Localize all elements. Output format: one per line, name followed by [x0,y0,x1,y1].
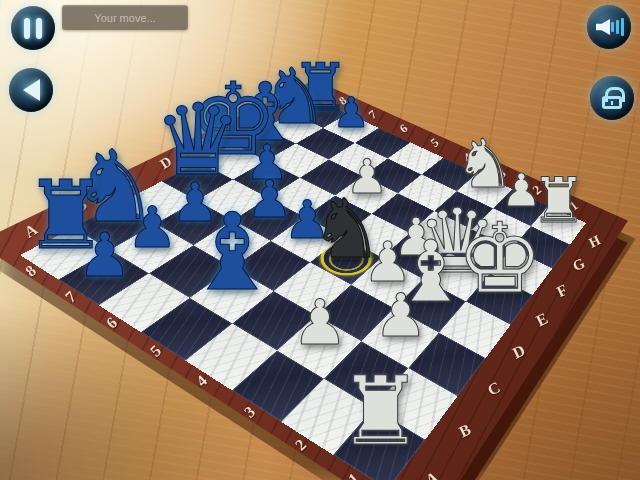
pause-button[interactable] [11,6,55,50]
back-arrow-icon [23,79,40,101]
speaker-icon [596,16,622,38]
piece-blue-pawn-b7[interactable]: ♟ [127,199,178,256]
lock-button[interactable] [590,76,634,120]
lock-icon [602,87,622,109]
piece-blue-pawn-h7[interactable]: ♟ [332,92,369,134]
piece-blue-pawn-a7[interactable]: ♟ [77,225,131,285]
status-banner: Your move... [62,5,188,30]
back-button[interactable] [9,68,53,112]
sound-button[interactable] [587,5,631,49]
piece-silver-king-e1[interactable]: ♚ [457,211,544,308]
piece-silver-pawn-c2[interactable]: ♟ [374,286,428,346]
status-text: Your move... [94,12,155,24]
piece-silver-rook-a1[interactable]: ♜ [338,364,423,459]
piece-blue-bishop-b5[interactable]: ♝ [185,199,280,305]
piece-silver-pawn-b3[interactable]: ♟ [292,293,348,355]
game-screen: AABBCCDDEEFFGGHH1122334455667788 ♜♞♛♚♝♞♜… [0,0,640,480]
pause-icon [24,18,42,39]
